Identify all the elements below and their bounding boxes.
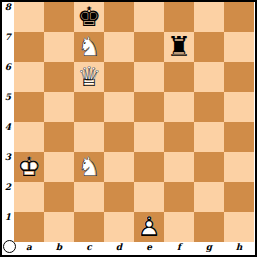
white-pawn-outline-glyph: ♙ bbox=[134, 212, 164, 242]
square-a3[interactable]: ♚♔ bbox=[14, 152, 44, 182]
white-knight-fill-glyph: ♞ bbox=[74, 152, 104, 182]
square-b4[interactable] bbox=[44, 122, 74, 152]
piece-black-king-c8[interactable]: ♚ bbox=[74, 2, 104, 32]
file-label-h: h bbox=[224, 242, 254, 255]
square-c4[interactable] bbox=[74, 122, 104, 152]
file-labels: abcdefgh bbox=[14, 242, 254, 255]
square-d1[interactable] bbox=[104, 212, 134, 242]
square-g1[interactable] bbox=[194, 212, 224, 242]
square-b3[interactable] bbox=[44, 152, 74, 182]
square-d2[interactable] bbox=[104, 182, 134, 212]
rank-label-6: 6 bbox=[2, 62, 14, 92]
square-g4[interactable] bbox=[194, 122, 224, 152]
square-f1[interactable] bbox=[164, 212, 194, 242]
square-e8[interactable] bbox=[134, 2, 164, 32]
square-f5[interactable] bbox=[164, 92, 194, 122]
square-h6[interactable] bbox=[224, 62, 254, 92]
square-c3[interactable]: ♞♘ bbox=[74, 152, 104, 182]
rank-label-4: 4 bbox=[2, 122, 14, 152]
square-f4[interactable] bbox=[164, 122, 194, 152]
square-f6[interactable] bbox=[164, 62, 194, 92]
white-king-outline-glyph: ♔ bbox=[14, 152, 44, 182]
square-h1[interactable] bbox=[224, 212, 254, 242]
square-c8[interactable]: ♚ bbox=[74, 2, 104, 32]
piece-white-knight-c7[interactable]: ♞♘ bbox=[74, 32, 104, 62]
square-h3[interactable] bbox=[224, 152, 254, 182]
piece-black-rook-f7[interactable]: ♜ bbox=[164, 32, 194, 62]
square-e5[interactable] bbox=[134, 92, 164, 122]
white-pawn-fill-glyph: ♟ bbox=[134, 212, 164, 242]
square-a8[interactable] bbox=[14, 2, 44, 32]
file-label-d: d bbox=[104, 242, 134, 255]
white-knight-outline-glyph: ♘ bbox=[74, 152, 104, 182]
rank-label-3: 3 bbox=[2, 152, 14, 182]
square-d8[interactable] bbox=[104, 2, 134, 32]
square-g2[interactable] bbox=[194, 182, 224, 212]
square-h5[interactable] bbox=[224, 92, 254, 122]
square-e2[interactable] bbox=[134, 182, 164, 212]
square-d7[interactable] bbox=[104, 32, 134, 62]
square-g5[interactable] bbox=[194, 92, 224, 122]
square-c7[interactable]: ♞♘ bbox=[74, 32, 104, 62]
file-label-f: f bbox=[164, 242, 194, 255]
square-c1[interactable] bbox=[74, 212, 104, 242]
white-knight-outline-glyph: ♘ bbox=[74, 32, 104, 62]
square-h8[interactable] bbox=[224, 2, 254, 32]
square-e7[interactable] bbox=[134, 32, 164, 62]
square-a5[interactable] bbox=[14, 92, 44, 122]
square-e6[interactable] bbox=[134, 62, 164, 92]
square-d5[interactable] bbox=[104, 92, 134, 122]
rank-label-8: 8 bbox=[2, 2, 14, 32]
square-d4[interactable] bbox=[104, 122, 134, 152]
square-d6[interactable] bbox=[104, 62, 134, 92]
file-label-g: g bbox=[194, 242, 224, 255]
square-f2[interactable] bbox=[164, 182, 194, 212]
square-g7[interactable] bbox=[194, 32, 224, 62]
square-h2[interactable] bbox=[224, 182, 254, 212]
square-h7[interactable] bbox=[224, 32, 254, 62]
rank-labels: 87654321 bbox=[2, 2, 14, 242]
square-b5[interactable] bbox=[44, 92, 74, 122]
piece-white-queen-c6[interactable]: ♛♕ bbox=[74, 62, 104, 92]
square-e3[interactable] bbox=[134, 152, 164, 182]
rank-label-1: 1 bbox=[2, 212, 14, 242]
square-g6[interactable] bbox=[194, 62, 224, 92]
piece-white-pawn-e1[interactable]: ♟♙ bbox=[134, 212, 164, 242]
square-f8[interactable] bbox=[164, 2, 194, 32]
square-e1[interactable]: ♟♙ bbox=[134, 212, 164, 242]
rank-label-2: 2 bbox=[2, 182, 14, 212]
square-b6[interactable] bbox=[44, 62, 74, 92]
square-b8[interactable] bbox=[44, 2, 74, 32]
piece-white-king-a3[interactable]: ♚♔ bbox=[14, 152, 44, 182]
square-a6[interactable] bbox=[14, 62, 44, 92]
square-a4[interactable] bbox=[14, 122, 44, 152]
square-a2[interactable] bbox=[14, 182, 44, 212]
piece-white-knight-c3[interactable]: ♞♘ bbox=[74, 152, 104, 182]
square-b2[interactable] bbox=[44, 182, 74, 212]
square-b7[interactable] bbox=[44, 32, 74, 62]
white-king-fill-glyph: ♚ bbox=[14, 152, 44, 182]
square-a7[interactable] bbox=[14, 32, 44, 62]
file-label-a: a bbox=[14, 242, 44, 255]
square-c2[interactable] bbox=[74, 182, 104, 212]
white-queen-fill-glyph: ♛ bbox=[74, 62, 104, 92]
square-f3[interactable] bbox=[164, 152, 194, 182]
black-king-glyph: ♚ bbox=[74, 2, 104, 32]
rank-label-7: 7 bbox=[2, 32, 14, 62]
file-label-c: c bbox=[74, 242, 104, 255]
square-c5[interactable] bbox=[74, 92, 104, 122]
white-knight-fill-glyph: ♞ bbox=[74, 32, 104, 62]
black-rook-glyph: ♜ bbox=[164, 32, 194, 62]
square-d3[interactable] bbox=[104, 152, 134, 182]
square-a1[interactable] bbox=[14, 212, 44, 242]
square-h4[interactable] bbox=[224, 122, 254, 152]
square-e4[interactable] bbox=[134, 122, 164, 152]
white-to-move-indicator-icon bbox=[3, 240, 16, 253]
rank-label-5: 5 bbox=[2, 92, 14, 122]
square-g3[interactable] bbox=[194, 152, 224, 182]
square-g8[interactable] bbox=[194, 2, 224, 32]
square-c6[interactable]: ♛♕ bbox=[74, 62, 104, 92]
white-queen-outline-glyph: ♕ bbox=[74, 62, 104, 92]
file-label-b: b bbox=[44, 242, 74, 255]
chess-board-diagram: 87654321 ♚♞♘♜♛♕♚♔♞♘♟♙ abcdefgh bbox=[0, 0, 257, 257]
file-label-e: e bbox=[134, 242, 164, 255]
square-f7[interactable]: ♜ bbox=[164, 32, 194, 62]
chess-board: ♚♞♘♜♛♕♚♔♞♘♟♙ bbox=[14, 2, 254, 242]
square-b1[interactable] bbox=[44, 212, 74, 242]
